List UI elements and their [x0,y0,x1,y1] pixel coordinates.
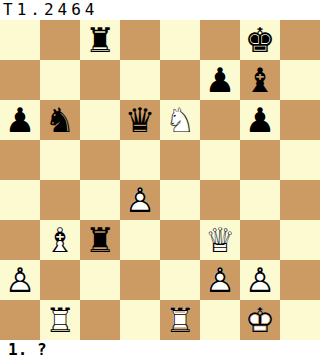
square-f6[interactable] [200,100,240,140]
piece-white-queen: ♕ [200,220,240,260]
square-f3[interactable]: ♛♕ [200,220,240,260]
square-e5[interactable] [160,140,200,180]
square-a1[interactable] [0,300,40,340]
square-f5[interactable] [200,140,240,180]
piece-white-king-fill: ♚ [240,300,280,340]
piece-white-pawn-fill: ♟ [240,260,280,300]
piece-black-king: ♚ [240,20,280,60]
square-c7[interactable] [80,60,120,100]
square-b3[interactable]: ♝♗ [40,220,80,260]
piece-black-rook: ♜ [80,20,120,60]
square-g4[interactable] [240,180,280,220]
square-b7[interactable] [40,60,80,100]
square-b1[interactable]: ♜♖ [40,300,80,340]
piece-white-rook: ♖ [40,300,80,340]
square-c8[interactable]: ♜ [80,20,120,60]
square-e6[interactable]: ♞♘ [160,100,200,140]
piece-white-pawn: ♙ [120,180,160,220]
piece-white-bishop: ♗ [40,220,80,260]
square-a6[interactable]: ♟ [0,100,40,140]
square-d1[interactable] [120,300,160,340]
piece-white-rook-fill: ♜ [160,300,200,340]
piece-black-knight: ♞ [40,100,80,140]
square-e3[interactable] [160,220,200,260]
piece-white-rook-fill: ♜ [40,300,80,340]
square-c5[interactable] [80,140,120,180]
square-d4[interactable]: ♟♙ [120,180,160,220]
square-d6[interactable]: ♛ [120,100,160,140]
puzzle-title: T1.2464 [0,0,320,20]
piece-white-knight-fill: ♞ [160,100,200,140]
square-b8[interactable] [40,20,80,60]
square-a3[interactable] [0,220,40,260]
square-d8[interactable] [120,20,160,60]
square-c3[interactable]: ♜ [80,220,120,260]
square-e8[interactable] [160,20,200,60]
square-g7[interactable]: ♝ [240,60,280,100]
piece-white-pawn-fill: ♟ [0,260,40,300]
square-c2[interactable] [80,260,120,300]
square-h4[interactable] [280,180,320,220]
square-h6[interactable] [280,100,320,140]
piece-white-pawn-fill: ♟ [120,180,160,220]
piece-black-pawn: ♟ [240,100,280,140]
piece-white-pawn: ♙ [200,260,240,300]
square-h7[interactable] [280,60,320,100]
piece-white-bishop-fill: ♝ [40,220,80,260]
square-a4[interactable] [0,180,40,220]
piece-white-king: ♔ [240,300,280,340]
square-f4[interactable] [200,180,240,220]
square-h5[interactable] [280,140,320,180]
square-f2[interactable]: ♟♙ [200,260,240,300]
piece-white-pawn-fill: ♟ [200,260,240,300]
square-f7[interactable]: ♟ [200,60,240,100]
square-c4[interactable] [80,180,120,220]
piece-black-bishop: ♝ [240,60,280,100]
square-a8[interactable] [0,20,40,60]
square-d2[interactable] [120,260,160,300]
square-d5[interactable] [120,140,160,180]
square-e2[interactable] [160,260,200,300]
square-g3[interactable] [240,220,280,260]
piece-black-pawn: ♟ [0,100,40,140]
piece-black-pawn: ♟ [200,60,240,100]
square-e7[interactable] [160,60,200,100]
square-g1[interactable]: ♚♔ [240,300,280,340]
square-a7[interactable] [0,60,40,100]
move-prompt: 1. ? [0,340,320,360]
chess-board: ♜♚♟♝♟♞♛♞♘♟♟♙♝♗♜♛♕♟♙♟♙♟♙♜♖♜♖♚♔ [0,20,320,340]
piece-white-knight: ♘ [160,100,200,140]
square-d7[interactable] [120,60,160,100]
square-h1[interactable] [280,300,320,340]
square-a5[interactable] [0,140,40,180]
piece-white-pawn: ♙ [0,260,40,300]
square-c1[interactable] [80,300,120,340]
piece-white-rook: ♖ [160,300,200,340]
square-c6[interactable] [80,100,120,140]
square-h2[interactable] [280,260,320,300]
square-b2[interactable] [40,260,80,300]
square-e1[interactable]: ♜♖ [160,300,200,340]
square-f1[interactable] [200,300,240,340]
piece-black-queen: ♛ [120,100,160,140]
square-a2[interactable]: ♟♙ [0,260,40,300]
square-h8[interactable] [280,20,320,60]
square-g5[interactable] [240,140,280,180]
square-g8[interactable]: ♚ [240,20,280,60]
square-g2[interactable]: ♟♙ [240,260,280,300]
square-b5[interactable] [40,140,80,180]
square-f8[interactable] [200,20,240,60]
square-d3[interactable] [120,220,160,260]
square-h3[interactable] [280,220,320,260]
piece-black-rook: ♜ [80,220,120,260]
square-b6[interactable]: ♞ [40,100,80,140]
piece-white-queen-fill: ♛ [200,220,240,260]
square-e4[interactable] [160,180,200,220]
square-g6[interactable]: ♟ [240,100,280,140]
square-b4[interactable] [40,180,80,220]
piece-white-pawn: ♙ [240,260,280,300]
